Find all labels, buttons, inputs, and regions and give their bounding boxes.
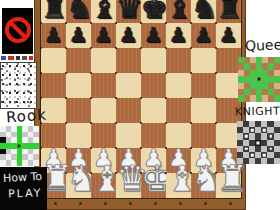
how-to-play-button[interactable]: How To PLAY <box>0 167 47 210</box>
square-g8[interactable]: ♞ <box>191 0 216 23</box>
rook-mini-cell <box>33 160 39 166</box>
square-b1[interactable]: ♞ <box>66 173 91 198</box>
square-h7[interactable]: ♟ <box>216 23 241 48</box>
frame-dots <box>43 201 237 206</box>
noise-sketch-box <box>0 62 37 109</box>
scribble-marks <box>1 55 38 61</box>
square-b4[interactable] <box>66 98 91 123</box>
piece-bp-c7[interactable]: ♟ <box>91 25 116 46</box>
square-e4[interactable] <box>141 98 166 123</box>
piece-wn-b1[interactable]: ♞ <box>66 161 91 197</box>
piece-br-h8[interactable]: ♜ <box>216 0 241 23</box>
square-d7[interactable]: ♟ <box>116 23 141 48</box>
square-c1[interactable]: ♝ <box>91 173 116 198</box>
scribble-mark <box>1 56 6 60</box>
piece-bp-a7[interactable]: ♟ <box>41 25 66 46</box>
square-g4[interactable] <box>191 98 216 123</box>
square-a7[interactable]: ♟ <box>41 23 66 48</box>
piece-br-a8[interactable]: ♜ <box>41 0 66 23</box>
chess-board: ♜♞♝♛♚♝♞♜♟♟♟♟♟♟♟♟♟♟♟♟♟♟♟♟♜♞♝♛♚♝♞♜ <box>34 0 246 210</box>
scribble-mark <box>8 56 14 60</box>
square-d8[interactable]: ♛ <box>116 0 141 23</box>
piece-bn-g8[interactable]: ♞ <box>191 0 216 23</box>
piece-wn-g1[interactable]: ♞ <box>191 161 216 197</box>
square-g6[interactable] <box>191 48 216 73</box>
square-d1[interactable]: ♛ <box>116 173 141 198</box>
square-c4[interactable] <box>91 98 116 123</box>
piece-wk-e1[interactable]: ♚ <box>141 161 166 197</box>
rook-label: Rook <box>5 106 47 127</box>
square-e6[interactable] <box>141 48 166 73</box>
square-g7[interactable]: ♟ <box>191 23 216 48</box>
square-e7[interactable]: ♟ <box>141 23 166 48</box>
piece-wb-c1[interactable]: ♝ <box>91 161 116 197</box>
square-d6[interactable] <box>116 48 141 73</box>
rook-move-board <box>0 126 39 166</box>
queen-mini-cell <box>274 95 280 101</box>
square-g5[interactable] <box>191 73 216 98</box>
knight-label: KNIGHT <box>235 105 280 119</box>
piece-wq-d1[interactable]: ♛ <box>116 161 141 197</box>
square-f7[interactable]: ♟ <box>166 23 191 48</box>
square-d5[interactable] <box>116 73 141 98</box>
square-h1[interactable]: ♜ <box>216 173 241 198</box>
piece-bb-c8[interactable]: ♝ <box>91 0 116 23</box>
square-e8[interactable]: ♚ <box>141 0 166 23</box>
square-c5[interactable] <box>91 73 116 98</box>
queen-label: Queen <box>245 36 280 54</box>
square-f6[interactable] <box>166 48 191 73</box>
piece-bp-e7[interactable]: ♟ <box>141 25 166 46</box>
piece-wr-h1[interactable]: ♜ <box>216 161 241 197</box>
piece-bk-e8[interactable]: ♚ <box>141 0 166 23</box>
square-f8[interactable]: ♝ <box>166 0 191 23</box>
chess-squares: ♜♞♝♛♚♝♞♜♟♟♟♟♟♟♟♟♟♟♟♟♟♟♟♟♜♞♝♛♚♝♞♜ <box>40 0 242 199</box>
prohibition-sign-box <box>2 8 33 54</box>
square-d4[interactable] <box>116 98 141 123</box>
piece-bb-f8[interactable]: ♝ <box>166 0 191 23</box>
square-c6[interactable] <box>91 48 116 73</box>
square-g1[interactable]: ♞ <box>191 173 216 198</box>
paint-chess-screen: ♜♞♝♛♚♝♞♜♟♟♟♟♟♟♟♟♟♟♟♟♟♟♟♟♜♞♝♛♚♝♞♜ Rook Ho… <box>0 0 280 210</box>
square-a5[interactable] <box>41 73 66 98</box>
square-f5[interactable] <box>166 73 191 98</box>
piece-bp-b7[interactable]: ♟ <box>66 25 91 46</box>
how-to-play-line1: How To <box>3 170 43 185</box>
square-f1[interactable]: ♝ <box>166 173 191 198</box>
piece-bp-h7[interactable]: ♟ <box>216 25 241 46</box>
square-b5[interactable] <box>66 73 91 98</box>
square-c7[interactable]: ♟ <box>91 23 116 48</box>
square-a8[interactable]: ♜ <box>41 0 66 23</box>
square-h8[interactable]: ♜ <box>216 0 241 23</box>
piece-bp-d7[interactable]: ♟ <box>116 25 141 46</box>
square-a6[interactable] <box>41 48 66 73</box>
prohibition-icon <box>5 17 31 43</box>
piece-bq-d8[interactable]: ♛ <box>116 0 141 23</box>
piece-wb-f1[interactable]: ♝ <box>166 161 191 197</box>
piece-bp-g7[interactable]: ♟ <box>191 25 216 46</box>
square-b7[interactable]: ♟ <box>66 23 91 48</box>
square-f4[interactable] <box>166 98 191 123</box>
queen-move-board <box>238 57 280 102</box>
scribble-mark <box>16 56 20 60</box>
square-c8[interactable]: ♝ <box>91 0 116 23</box>
piece-bn-b8[interactable]: ♞ <box>66 0 91 23</box>
knight-move-board <box>237 121 280 164</box>
scribble-mark <box>22 56 27 60</box>
square-b8[interactable]: ♞ <box>66 0 91 23</box>
square-b6[interactable] <box>66 48 91 73</box>
how-to-play-line2: PLAY <box>8 186 43 200</box>
scribble-mark <box>29 56 33 60</box>
square-e1[interactable]: ♚ <box>141 173 166 198</box>
square-e5[interactable] <box>141 73 166 98</box>
piece-bp-f7[interactable]: ♟ <box>166 25 191 46</box>
knight-mini-cell <box>274 158 280 164</box>
